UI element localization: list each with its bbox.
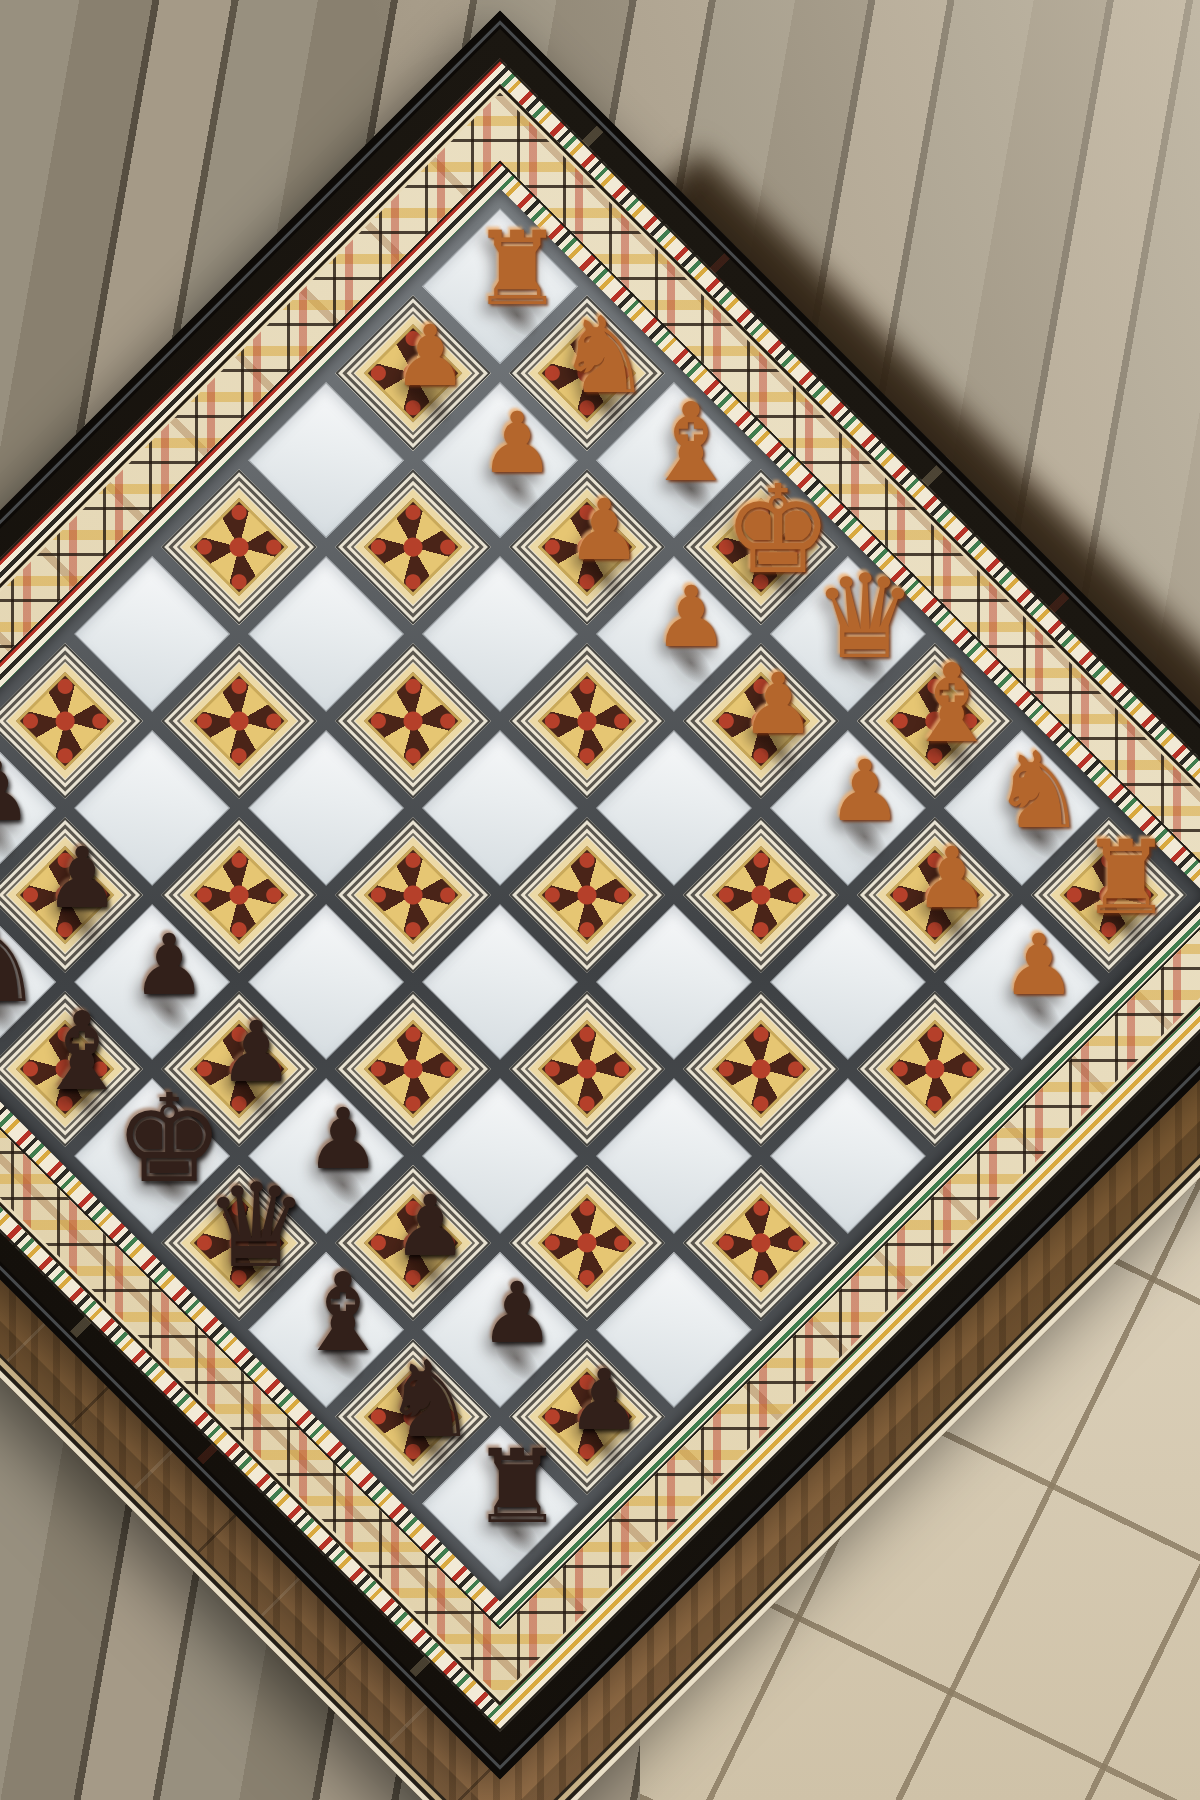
scene: ♜♞♝♚♛♝♞♜♟♟♟♟♟♟♟♟♟♟♟♟♟♟♟♟♜♞♝♚♛♝♞♜ [0,0,1200,1800]
mosaic-motif [703,1011,819,1127]
mosaic-motif [529,837,645,953]
mosaic-motif [529,663,645,779]
piece-black-rook[interactable]: ♜ [462,1432,572,1542]
mosaic-motif [703,837,819,953]
mosaic-motif [877,1011,993,1127]
mosaic-motif [355,663,471,779]
mosaic-motif [355,489,471,605]
mosaic-motif [355,837,471,953]
mosaic-motif [703,1185,819,1301]
piece-white-pawn[interactable]: ♟ [984,910,1094,1020]
mosaic-motif [181,489,297,605]
mosaic-motif [529,1011,645,1127]
mosaic-motif [181,663,297,779]
